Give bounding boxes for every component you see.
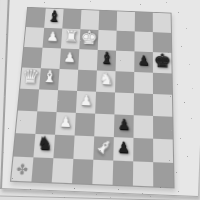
square-a2[interactable] xyxy=(13,133,35,157)
square-a8[interactable] xyxy=(26,8,46,28)
white-bishop-e2[interactable]: ♝ xyxy=(92,135,116,159)
square-b5[interactable]: ♝ xyxy=(39,68,59,90)
square-f1[interactable] xyxy=(113,161,134,186)
square-a7[interactable] xyxy=(24,27,44,48)
square-c7[interactable]: ♜ xyxy=(61,29,80,50)
square-g4[interactable] xyxy=(134,93,153,116)
square-d4[interactable]: ♟ xyxy=(76,91,96,114)
black-bishop-e6[interactable]: ♝ xyxy=(99,51,114,67)
square-a3[interactable] xyxy=(16,111,37,134)
square-g1[interactable] xyxy=(133,161,153,186)
square-g8[interactable] xyxy=(135,12,153,32)
black-knight-b2[interactable]: ♞ xyxy=(36,135,53,154)
square-h8[interactable] xyxy=(153,13,171,33)
white-pawn-c3[interactable]: ♟ xyxy=(59,115,73,130)
square-f7[interactable] xyxy=(116,31,135,52)
square-d2[interactable] xyxy=(73,136,94,160)
square-c6[interactable]: ♟ xyxy=(60,48,80,69)
square-c1[interactable] xyxy=(52,158,74,183)
white-king-d7[interactable]: ♚ xyxy=(80,28,98,47)
square-c8[interactable] xyxy=(62,9,81,29)
white-rook-c7[interactable]: ♜ xyxy=(63,29,79,45)
chessboard-photo: ♝♟♜♚♟♝♟♚♛♝♞♟♟♟♞♝♟✤ xyxy=(0,0,200,200)
square-d7[interactable]: ♚ xyxy=(79,29,98,50)
chess-board-grid: ♝♟♜♚♟♝♟♚♛♝♞♟♟♟♞♝♟✤ xyxy=(10,7,175,189)
square-a4[interactable] xyxy=(18,89,39,112)
square-e2[interactable]: ♝ xyxy=(93,136,114,160)
square-g5[interactable] xyxy=(134,72,153,94)
black-king-h6[interactable]: ♚ xyxy=(153,51,171,70)
square-h3[interactable] xyxy=(153,116,173,139)
black-pawn-f2[interactable]: ♟ xyxy=(117,140,130,155)
square-e8[interactable] xyxy=(99,11,118,31)
square-h1[interactable] xyxy=(153,162,173,187)
square-h5[interactable] xyxy=(153,73,172,95)
square-d3[interactable] xyxy=(75,113,96,136)
square-a1[interactable]: ✤ xyxy=(11,157,33,182)
square-h4[interactable] xyxy=(153,94,172,117)
square-c5[interactable] xyxy=(58,69,78,91)
square-d6[interactable] xyxy=(78,49,98,70)
square-d5[interactable] xyxy=(77,70,97,92)
square-b2[interactable]: ♞ xyxy=(33,134,55,158)
square-b8[interactable]: ♝ xyxy=(44,8,63,28)
square-b4[interactable] xyxy=(37,89,58,112)
square-g3[interactable] xyxy=(133,115,153,138)
black-pawn-f3[interactable]: ♟ xyxy=(117,117,130,132)
square-f2[interactable]: ♟ xyxy=(113,137,133,161)
square-c4[interactable] xyxy=(57,90,77,113)
white-pawn-c6[interactable]: ♟ xyxy=(63,51,76,65)
square-e6[interactable]: ♝ xyxy=(97,50,116,71)
board-sheet: ♝♟♜♚♟♝♟♚♛♝♞♟♟♟♞♝♟✤ xyxy=(0,0,200,197)
square-f4[interactable] xyxy=(114,92,134,115)
square-d1[interactable] xyxy=(72,159,93,184)
white-queen-a5[interactable]: ♛ xyxy=(21,67,40,87)
square-a5[interactable]: ♛ xyxy=(20,67,41,89)
square-e4[interactable] xyxy=(95,92,115,115)
white-pawn-d4[interactable]: ♟ xyxy=(79,94,92,108)
black-bishop-b8[interactable]: ♝ xyxy=(46,9,62,24)
square-g7[interactable] xyxy=(134,31,152,52)
square-b3[interactable] xyxy=(35,111,56,134)
square-c3[interactable]: ♟ xyxy=(55,112,76,135)
square-f5[interactable] xyxy=(115,71,134,93)
black-pawn-g6[interactable]: ♟ xyxy=(137,54,149,68)
square-b7[interactable]: ♟ xyxy=(43,28,63,49)
white-pawn-b7[interactable]: ♟ xyxy=(46,30,59,43)
square-f6[interactable] xyxy=(116,51,135,72)
square-h2[interactable] xyxy=(153,139,173,163)
square-e7[interactable] xyxy=(98,30,117,51)
square-h6[interactable]: ♚ xyxy=(153,52,172,73)
square-g6[interactable]: ♟ xyxy=(134,51,153,72)
square-b6[interactable] xyxy=(41,48,61,69)
square-f3[interactable]: ♟ xyxy=(114,114,134,137)
square-b1[interactable] xyxy=(31,157,53,182)
white-bishop-b5[interactable]: ♝ xyxy=(41,69,57,86)
square-g2[interactable] xyxy=(133,138,153,162)
square-e5[interactable]: ♞ xyxy=(96,70,116,92)
board-logo-emblem: ✤ xyxy=(16,162,29,177)
square-e1[interactable] xyxy=(92,160,113,185)
square-f8[interactable] xyxy=(117,11,135,31)
white-knight-e5[interactable]: ♞ xyxy=(98,71,114,88)
square-c2[interactable] xyxy=(53,135,74,159)
dust-specks xyxy=(0,0,1,1)
